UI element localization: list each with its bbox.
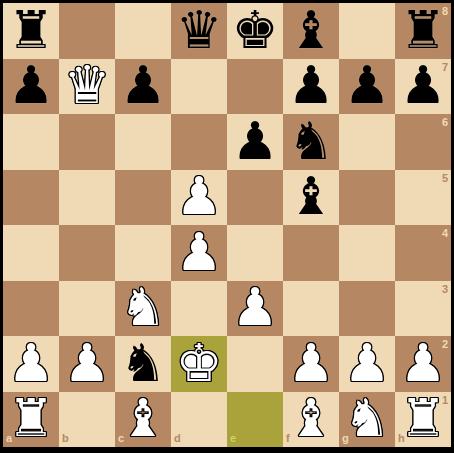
square-g2[interactable]: ♟ — [339, 336, 395, 392]
square-b8[interactable] — [59, 3, 115, 59]
square-e3[interactable]: ♟ — [227, 281, 283, 337]
piece-white-pawn-h2[interactable]: ♟ — [400, 337, 447, 389]
square-f4[interactable] — [283, 225, 339, 281]
square-a6[interactable] — [3, 114, 59, 170]
square-f1[interactable]: ♝f — [283, 392, 339, 448]
piece-white-knight-g1[interactable]: ♞ — [344, 392, 391, 444]
piece-black-bishop-f5[interactable]: ♝ — [288, 170, 335, 222]
rank-label-2: 2 — [442, 339, 448, 350]
square-b1[interactable]: b — [59, 392, 115, 448]
file-label-b: b — [62, 433, 69, 444]
piece-black-pawn-a7[interactable]: ♟ — [8, 59, 55, 111]
file-label-f: f — [286, 433, 290, 444]
piece-black-bishop-f8[interactable]: ♝ — [288, 4, 335, 56]
square-d6[interactable] — [171, 114, 227, 170]
rank-label-3: 3 — [442, 284, 448, 295]
piece-black-knight-c2[interactable]: ♞ — [120, 337, 167, 389]
file-label-e: e — [230, 433, 236, 444]
square-e7[interactable] — [227, 59, 283, 115]
square-d2[interactable]: ♚ — [171, 336, 227, 392]
rank-label-6: 6 — [442, 117, 448, 128]
rank-label-1: 1 — [442, 395, 448, 406]
square-d3[interactable] — [171, 281, 227, 337]
square-d5[interactable]: ♟ — [171, 170, 227, 226]
square-d4[interactable]: ♟ — [171, 225, 227, 281]
chess-board-frame: ♜♛♚♝♜8♟♛♟♟♟♟7♟♞6♟♝5♟4♞♟3♟♟♞♚♟♟♟2♜ab♝cde♝… — [0, 0, 454, 453]
square-f8[interactable]: ♝ — [283, 3, 339, 59]
square-h4[interactable]: 4 — [395, 225, 451, 281]
square-f3[interactable] — [283, 281, 339, 337]
square-a1[interactable]: ♜a — [3, 392, 59, 448]
square-g6[interactable] — [339, 114, 395, 170]
chess-board: ♜♛♚♝♜8♟♛♟♟♟♟7♟♞6♟♝5♟4♞♟3♟♟♞♚♟♟♟2♜ab♝cde♝… — [3, 3, 451, 447]
piece-white-rook-a1[interactable]: ♜ — [8, 392, 55, 444]
file-label-g: g — [342, 433, 349, 444]
square-d1[interactable]: d — [171, 392, 227, 448]
piece-white-knight-c3[interactable]: ♞ — [120, 281, 167, 333]
rank-label-7: 7 — [442, 62, 448, 73]
piece-black-pawn-h7[interactable]: ♟ — [400, 59, 447, 111]
square-e2[interactable] — [227, 336, 283, 392]
piece-white-pawn-f2[interactable]: ♟ — [288, 337, 335, 389]
piece-white-pawn-d5[interactable]: ♟ — [176, 170, 223, 222]
square-h6[interactable]: 6 — [395, 114, 451, 170]
square-c1[interactable]: ♝c — [115, 392, 171, 448]
square-b6[interactable] — [59, 114, 115, 170]
square-d8[interactable]: ♛ — [171, 3, 227, 59]
square-a4[interactable] — [3, 225, 59, 281]
square-a5[interactable] — [3, 170, 59, 226]
piece-white-bishop-c1[interactable]: ♝ — [120, 392, 167, 444]
square-g8[interactable] — [339, 3, 395, 59]
square-h1[interactable]: ♜h1 — [395, 392, 451, 448]
square-a8[interactable]: ♜ — [3, 3, 59, 59]
file-label-h: h — [398, 433, 405, 444]
piece-black-pawn-e6[interactable]: ♟ — [232, 115, 279, 167]
square-e1[interactable]: e — [227, 392, 283, 448]
square-b3[interactable] — [59, 281, 115, 337]
square-c2[interactable]: ♞ — [115, 336, 171, 392]
square-b7[interactable]: ♛ — [59, 59, 115, 115]
square-f6[interactable]: ♞ — [283, 114, 339, 170]
square-e6[interactable]: ♟ — [227, 114, 283, 170]
square-e8[interactable]: ♚ — [227, 3, 283, 59]
square-g3[interactable] — [339, 281, 395, 337]
square-h7[interactable]: ♟7 — [395, 59, 451, 115]
square-c3[interactable]: ♞ — [115, 281, 171, 337]
square-c7[interactable]: ♟ — [115, 59, 171, 115]
file-label-a: a — [6, 433, 12, 444]
square-d7[interactable] — [171, 59, 227, 115]
piece-white-bishop-f1[interactable]: ♝ — [288, 392, 335, 444]
square-h5[interactable]: 5 — [395, 170, 451, 226]
square-g4[interactable] — [339, 225, 395, 281]
rank-label-8: 8 — [442, 6, 448, 17]
square-e5[interactable] — [227, 170, 283, 226]
rank-label-4: 4 — [442, 228, 448, 239]
piece-black-pawn-g7[interactable]: ♟ — [344, 59, 391, 111]
square-f2[interactable]: ♟ — [283, 336, 339, 392]
square-b2[interactable]: ♟ — [59, 336, 115, 392]
square-c4[interactable] — [115, 225, 171, 281]
square-a7[interactable]: ♟ — [3, 59, 59, 115]
square-e4[interactable] — [227, 225, 283, 281]
piece-white-pawn-e3[interactable]: ♟ — [232, 281, 279, 333]
piece-black-queen-d8[interactable]: ♛ — [176, 4, 223, 56]
rank-label-5: 5 — [442, 173, 448, 184]
piece-white-rook-h1[interactable]: ♜ — [400, 392, 447, 444]
piece-white-pawn-g2[interactable]: ♟ — [344, 337, 391, 389]
piece-black-pawn-f7[interactable]: ♟ — [288, 59, 335, 111]
piece-white-queen-b7[interactable]: ♛ — [64, 59, 111, 111]
square-h8[interactable]: ♜8 — [395, 3, 451, 59]
square-b4[interactable] — [59, 225, 115, 281]
square-g5[interactable] — [339, 170, 395, 226]
square-c6[interactable] — [115, 114, 171, 170]
square-b5[interactable] — [59, 170, 115, 226]
square-g7[interactable]: ♟ — [339, 59, 395, 115]
square-c5[interactable] — [115, 170, 171, 226]
square-f7[interactable]: ♟ — [283, 59, 339, 115]
square-a2[interactable]: ♟ — [3, 336, 59, 392]
piece-black-king-e8[interactable]: ♚ — [232, 4, 279, 56]
file-label-c: c — [118, 433, 124, 444]
square-g1[interactable]: ♞g — [339, 392, 395, 448]
square-h2[interactable]: ♟2 — [395, 336, 451, 392]
square-a3[interactable] — [3, 281, 59, 337]
piece-white-pawn-b2[interactable]: ♟ — [64, 337, 111, 389]
square-c8[interactable] — [115, 3, 171, 59]
piece-black-knight-f6[interactable]: ♞ — [288, 115, 335, 167]
square-f5[interactable]: ♝ — [283, 170, 339, 226]
piece-white-pawn-a2[interactable]: ♟ — [8, 337, 55, 389]
file-label-d: d — [174, 433, 181, 444]
square-h3[interactable]: 3 — [395, 281, 451, 337]
piece-black-pawn-c7[interactable]: ♟ — [120, 59, 167, 111]
piece-black-rook-a8[interactable]: ♜ — [8, 4, 55, 56]
piece-white-king-d2[interactable]: ♚ — [176, 337, 223, 389]
piece-white-pawn-d4[interactable]: ♟ — [176, 226, 223, 278]
piece-black-rook-h8[interactable]: ♜ — [400, 4, 447, 56]
